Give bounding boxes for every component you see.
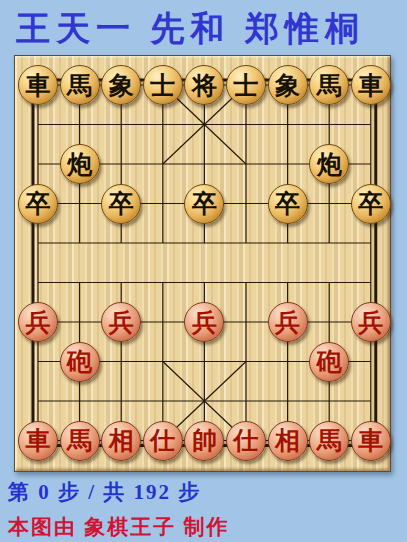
- piece-red-advisor[interactable]: 仕: [143, 421, 183, 461]
- piece-black-soldier[interactable]: 卒: [351, 184, 391, 224]
- piece-black-cannon[interactable]: 炮: [60, 144, 100, 184]
- board-grid: [15, 56, 390, 471]
- piece-black-advisor[interactable]: 士: [143, 65, 183, 105]
- piece-black-cannon[interactable]: 炮: [309, 144, 349, 184]
- piece-red-soldier[interactable]: 兵: [101, 302, 141, 342]
- piece-black-soldier[interactable]: 卒: [101, 184, 141, 224]
- piece-red-soldier[interactable]: 兵: [18, 302, 58, 342]
- piece-black-soldier[interactable]: 卒: [18, 184, 58, 224]
- piece-black-chariot[interactable]: 車: [351, 65, 391, 105]
- piece-red-horse[interactable]: 馬: [60, 421, 100, 461]
- piece-black-advisor[interactable]: 士: [226, 65, 266, 105]
- piece-black-chariot[interactable]: 車: [18, 65, 58, 105]
- status-bar: 第 0 步 / 共 192 步 本图由 象棋王子 制作: [0, 476, 407, 541]
- piece-black-elephant[interactable]: 象: [268, 65, 308, 105]
- piece-black-elephant[interactable]: 象: [101, 65, 141, 105]
- credit-text: 本图由 象棋王子 制作: [8, 513, 407, 541]
- piece-red-horse[interactable]: 馬: [309, 421, 349, 461]
- piece-red-cannon[interactable]: 砲: [60, 342, 100, 382]
- piece-red-elephant[interactable]: 相: [101, 421, 141, 461]
- piece-red-elephant[interactable]: 相: [268, 421, 308, 461]
- piece-black-horse[interactable]: 馬: [60, 65, 100, 105]
- piece-red-cannon[interactable]: 砲: [309, 342, 349, 382]
- piece-black-soldier[interactable]: 卒: [184, 184, 224, 224]
- xiangqi-board[interactable]: 車馬象士将士象馬車炮炮卒卒卒卒卒兵兵兵兵兵砲砲車馬相仕帥仕相馬車: [14, 55, 391, 472]
- move-counter-text: 第 0 步 / 共 192 步: [8, 478, 407, 506]
- piece-black-horse[interactable]: 馬: [309, 65, 349, 105]
- piece-red-soldier[interactable]: 兵: [351, 302, 391, 342]
- page-title: 王天一 先和 郑惟桐: [0, 6, 407, 52]
- piece-red-general[interactable]: 帥: [184, 421, 224, 461]
- piece-red-advisor[interactable]: 仕: [226, 421, 266, 461]
- piece-black-soldier[interactable]: 卒: [268, 184, 308, 224]
- app-window: 王天一 先和 郑惟桐 車馬象士将士象馬車炮炮卒卒卒卒卒兵兵兵兵兵砲砲車馬相仕帥仕…: [0, 0, 407, 542]
- piece-red-chariot[interactable]: 車: [351, 421, 391, 461]
- piece-red-chariot[interactable]: 車: [18, 421, 58, 461]
- piece-red-soldier[interactable]: 兵: [268, 302, 308, 342]
